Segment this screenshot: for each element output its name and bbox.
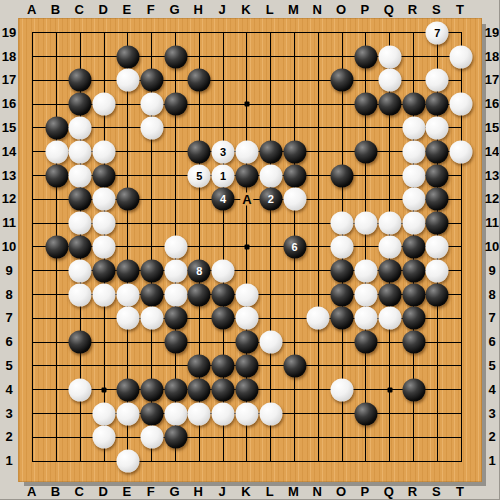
black-stone-F3 [140,402,163,425]
move-number-5: 5 [196,170,202,181]
white-stone-Q11 [378,212,401,235]
white-stone-K3 [235,402,258,425]
coord-label-right-16: 16 [485,96,499,111]
black-stone-P3 [354,402,377,425]
grid-line-vertical [270,32,271,461]
black-stone-J7 [212,307,235,330]
coord-label-left-15: 15 [2,119,16,134]
white-stone-E3 [116,402,139,425]
black-stone-Q16 [378,93,401,116]
coord-label-right-3: 3 [488,405,495,420]
white-stone-F16 [140,93,163,116]
coord-label-right-5: 5 [488,357,495,372]
coord-label-right-18: 18 [485,48,499,63]
white-stone-N7 [307,307,330,330]
star-point [387,387,392,392]
white-stone-J9 [212,259,235,282]
white-stone-R13 [402,164,425,187]
coord-label-bottom-H: H [194,484,203,499]
coord-label-top-R: R [408,2,417,17]
white-stone-F7 [140,307,163,330]
black-stone-H8 [188,283,211,306]
coord-label-bottom-Q: Q [384,484,394,499]
coord-label-bottom-L: L [266,484,274,499]
black-stone-S13 [426,164,449,187]
coord-label-top-L: L [266,2,274,17]
white-stone-G8 [164,283,187,306]
black-stone-C16 [69,93,92,116]
coord-label-bottom-R: R [408,484,417,499]
move-number-2: 2 [268,194,274,205]
white-stone-G3 [164,402,187,425]
white-stone-Q18 [378,45,401,68]
black-stone-B13 [45,164,68,187]
black-stone-G16 [164,93,187,116]
black-stone-B15 [45,116,68,139]
coord-label-right-10: 10 [485,238,499,253]
white-stone-B14 [45,140,68,163]
coord-label-bottom-K: K [241,484,250,499]
coord-label-top-K: K [241,2,250,17]
black-stone-O13 [331,164,354,187]
coord-label-bottom-P: P [361,484,370,499]
black-stone-K5 [235,354,258,377]
coord-label-left-18: 18 [2,48,16,63]
go-board[interactable]: 73514268A [18,18,482,482]
black-stone-P18 [354,45,377,68]
black-stone-H4 [188,378,211,401]
coord-label-top-Q: Q [384,2,394,17]
black-stone-H5 [188,354,211,377]
coord-label-right-13: 13 [485,167,499,182]
black-stone-M14 [283,140,306,163]
white-stone-G10 [164,235,187,258]
black-stone-Q8 [378,283,401,306]
coord-label-bottom-O: O [336,484,346,499]
white-stone-S17 [426,69,449,92]
black-stone-B10 [45,235,68,258]
white-stone-P9 [354,259,377,282]
coord-label-top-D: D [98,2,107,17]
white-stone-K14 [235,140,258,163]
white-stone-E17 [116,69,139,92]
white-stone-L3 [259,402,282,425]
white-stone-C4 [69,378,92,401]
coord-label-left-10: 10 [2,238,16,253]
white-stone-R11 [402,212,425,235]
black-stone-R8 [402,283,425,306]
coord-label-bottom-N: N [313,484,322,499]
coord-label-left-12: 12 [2,191,16,206]
black-stone-R6 [402,331,425,354]
coord-label-bottom-A: A [27,484,36,499]
coord-label-left-19: 19 [2,24,16,39]
white-stone-E7 [116,307,139,330]
coord-label-top-O: O [336,2,346,17]
grid-line-horizontal [32,461,461,462]
coord-label-top-C: C [75,2,84,17]
white-stone-J3 [212,402,235,425]
black-stone-F9 [140,259,163,282]
move-number-1: 1 [220,170,226,181]
black-stone-H9: 8 [188,259,211,282]
coord-label-bottom-T: T [456,484,464,499]
black-stone-E18 [116,45,139,68]
coord-label-right-17: 17 [485,72,499,87]
black-stone-Q9 [378,259,401,282]
black-stone-S8 [426,283,449,306]
white-stone-T18 [450,45,473,68]
star-point [102,387,107,392]
coord-label-right-12: 12 [485,191,499,206]
black-stone-R10 [402,235,425,258]
white-stone-C15 [69,116,92,139]
coord-label-bottom-C: C [75,484,84,499]
black-stone-R16 [402,93,425,116]
white-stone-H13: 5 [188,164,211,187]
black-stone-J12: 4 [212,188,235,211]
coord-label-right-1: 1 [488,453,495,468]
white-stone-G9 [164,259,187,282]
black-stone-S11 [426,212,449,235]
black-stone-H14 [188,140,211,163]
coord-label-bottom-J: J [218,484,225,499]
white-stone-M12 [283,188,306,211]
coord-label-top-E: E [123,2,132,17]
black-stone-O9 [331,259,354,282]
black-stone-J4 [212,378,235,401]
coord-label-left-6: 6 [5,334,12,349]
coord-label-left-4: 4 [5,381,12,396]
black-stone-P16 [354,93,377,116]
coord-label-left-8: 8 [5,286,12,301]
black-stone-R4 [402,378,425,401]
coord-label-bottom-E: E [123,484,132,499]
white-stone-R12 [402,188,425,211]
black-stone-C17 [69,69,92,92]
black-stone-P14 [354,140,377,163]
white-stone-O4 [331,378,354,401]
white-stone-J14: 3 [212,140,235,163]
white-stone-F2 [140,426,163,449]
white-stone-D16 [93,93,116,116]
coord-label-top-F: F [147,2,155,17]
coord-label-right-4: 4 [488,381,495,396]
move-number-7: 7 [434,27,440,38]
coord-label-bottom-B: B [51,484,60,499]
black-stone-G6 [164,331,187,354]
black-stone-F17 [140,69,163,92]
black-stone-E4 [116,378,139,401]
white-stone-D10 [93,235,116,258]
coord-label-left-5: 5 [5,357,12,372]
black-stone-M5 [283,354,306,377]
coord-label-left-9: 9 [5,262,12,277]
black-stone-R9 [402,259,425,282]
black-stone-E12 [116,188,139,211]
black-stone-J5 [212,354,235,377]
white-stone-T16 [450,93,473,116]
white-stone-R15 [402,116,425,139]
coord-label-right-19: 19 [485,24,499,39]
point-label-a: A [240,193,253,206]
coord-label-left-16: 16 [2,96,16,111]
grid-line-vertical [318,32,319,461]
coord-label-left-11: 11 [2,215,16,230]
coord-label-top-S: S [432,2,441,17]
black-stone-K4 [235,378,258,401]
black-stone-D13 [93,164,116,187]
white-stone-L13 [259,164,282,187]
white-stone-D2 [93,426,116,449]
black-stone-C12 [69,188,92,211]
coord-label-top-T: T [456,2,464,17]
white-stone-C9 [69,259,92,282]
black-stone-L12: 2 [259,188,282,211]
white-stone-D12 [93,188,116,211]
white-stone-E8 [116,283,139,306]
black-stone-G2 [164,426,187,449]
white-stone-R14 [402,140,425,163]
window-background: 73514268A AABBCCDDEEFFGGHHJJKKLLMMNNOOPP… [0,0,500,500]
coord-label-bottom-S: S [432,484,441,499]
black-stone-C6 [69,331,92,354]
coord-label-right-8: 8 [488,286,495,301]
star-point [244,102,249,107]
white-stone-F15 [140,116,163,139]
coord-label-top-J: J [218,2,225,17]
coord-label-bottom-M: M [288,484,299,499]
black-stone-F8 [140,283,163,306]
black-stone-K13 [235,164,258,187]
black-stone-C10 [69,235,92,258]
white-stone-Q7 [378,307,401,330]
coord-label-top-P: P [361,2,370,17]
coord-label-right-11: 11 [485,215,499,230]
coord-label-right-6: 6 [488,334,495,349]
white-stone-C8 [69,283,92,306]
white-stone-O11 [331,212,354,235]
black-stone-O17 [331,69,354,92]
white-stone-D3 [93,402,116,425]
coord-label-left-7: 7 [5,310,12,325]
black-stone-G18 [164,45,187,68]
white-stone-J13: 1 [212,164,235,187]
coord-label-top-B: B [51,2,60,17]
black-stone-S16 [426,93,449,116]
white-stone-Q17 [378,69,401,92]
coord-label-right-14: 14 [485,143,499,158]
white-stone-S15 [426,116,449,139]
white-stone-L6 [259,331,282,354]
coord-label-bottom-D: D [98,484,107,499]
white-stone-Q10 [378,235,401,258]
black-stone-O8 [331,283,354,306]
white-stone-D8 [93,283,116,306]
black-stone-P6 [354,331,377,354]
black-stone-H17 [188,69,211,92]
white-stone-K8 [235,283,258,306]
black-stone-S14 [426,140,449,163]
coord-label-right-2: 2 [488,429,495,444]
star-point [244,244,249,249]
move-number-6: 6 [291,241,297,252]
black-stone-G4 [164,378,187,401]
white-stone-C11 [69,212,92,235]
white-stone-P11 [354,212,377,235]
white-stone-P7 [354,307,377,330]
black-stone-J8 [212,283,235,306]
white-stone-H3 [188,402,211,425]
white-stone-K7 [235,307,258,330]
white-stone-S9 [426,259,449,282]
coord-label-left-1: 1 [5,453,12,468]
white-stone-D14 [93,140,116,163]
white-stone-D11 [93,212,116,235]
coord-label-top-A: A [27,2,36,17]
white-stone-T14 [450,140,473,163]
coord-label-bottom-G: G [169,484,179,499]
white-stone-E1 [116,450,139,473]
black-stone-K6 [235,331,258,354]
white-stone-C13 [69,164,92,187]
black-stone-F4 [140,378,163,401]
black-stone-R7 [402,307,425,330]
coord-label-left-3: 3 [5,405,12,420]
white-stone-C14 [69,140,92,163]
move-number-4: 4 [220,194,226,205]
move-number-3: 3 [220,146,226,157]
coord-label-top-M: M [288,2,299,17]
white-stone-S10 [426,235,449,258]
black-stone-M10: 6 [283,235,306,258]
coord-label-bottom-F: F [147,484,155,499]
white-stone-O10 [331,235,354,258]
coord-label-right-7: 7 [488,310,495,325]
coord-label-left-2: 2 [5,429,12,444]
coord-label-top-N: N [313,2,322,17]
move-number-8: 8 [196,265,202,276]
black-stone-E9 [116,259,139,282]
black-stone-O7 [331,307,354,330]
black-stone-L14 [259,140,282,163]
black-stone-D9 [93,259,116,282]
white-stone-P8 [354,283,377,306]
white-stone-S19: 7 [426,21,449,44]
coord-label-right-9: 9 [488,262,495,277]
coord-label-top-G: G [169,2,179,17]
black-stone-S12 [426,188,449,211]
coord-label-left-13: 13 [2,167,16,182]
coord-label-left-14: 14 [2,143,16,158]
coord-label-left-17: 17 [2,72,16,87]
black-stone-M13 [283,164,306,187]
coord-label-right-15: 15 [485,119,499,134]
coord-label-top-H: H [194,2,203,17]
black-stone-G7 [164,307,187,330]
